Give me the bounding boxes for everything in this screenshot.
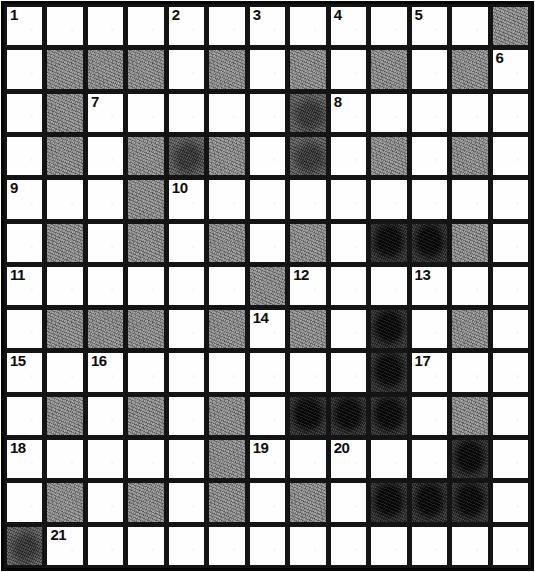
block-cell-5-5	[209, 224, 244, 262]
cell-3-2[interactable]	[88, 137, 123, 175]
block-cell-2-7	[290, 94, 325, 132]
cell-4-10[interactable]	[412, 180, 447, 218]
cell-7-6[interactable]: 14	[250, 310, 285, 348]
cell-9-4[interactable]	[169, 397, 204, 435]
cell-0-3[interactable]	[128, 7, 163, 45]
cell-0-6[interactable]: 3	[250, 7, 285, 45]
cell-11-8[interactable]	[331, 483, 366, 521]
clue-number-6: 6	[496, 50, 504, 67]
cell-2-9[interactable]	[371, 94, 406, 132]
cell-1-10[interactable]	[412, 50, 447, 88]
cell-2-3[interactable]	[128, 94, 163, 132]
cell-11-2[interactable]	[88, 483, 123, 521]
cell-8-1[interactable]	[47, 353, 82, 391]
block-cell-1-2	[88, 50, 123, 88]
cell-11-4[interactable]	[169, 483, 204, 521]
cell-10-7[interactable]	[290, 440, 325, 478]
block-cell-11-10	[412, 483, 447, 521]
clue-number-15: 15	[10, 353, 26, 370]
block-cell-7-1	[47, 310, 82, 348]
clue-number-21: 21	[50, 527, 66, 544]
cell-6-7[interactable]: 12	[290, 267, 325, 305]
cell-4-5[interactable]	[209, 180, 244, 218]
clue-number-11: 11	[10, 267, 25, 284]
clue-number-5: 5	[415, 7, 423, 24]
block-cell-9-3	[128, 397, 163, 435]
cell-6-8[interactable]	[331, 267, 366, 305]
block-cell-3-3	[128, 137, 163, 175]
cell-3-6[interactable]	[250, 137, 285, 175]
block-cell-3-1	[47, 137, 82, 175]
clue-number-10: 10	[172, 180, 188, 197]
cell-0-10[interactable]: 5	[412, 7, 447, 45]
cell-2-11[interactable]	[452, 94, 487, 132]
cell-10-6[interactable]: 19	[250, 440, 285, 478]
block-cell-5-1	[47, 224, 82, 262]
cell-3-8[interactable]	[331, 137, 366, 175]
page: { "game": "crossword", "grid": { "rows":…	[0, 0, 535, 572]
cell-9-6[interactable]	[250, 397, 285, 435]
cell-10-9[interactable]	[371, 440, 406, 478]
cell-8-4[interactable]	[169, 353, 204, 391]
clue-number-4: 4	[334, 7, 342, 24]
cell-2-12[interactable]	[493, 94, 528, 132]
clue-number-14: 14	[253, 310, 269, 327]
cell-2-5[interactable]	[209, 94, 244, 132]
cell-12-12[interactable]	[493, 527, 528, 565]
cell-12-9[interactable]	[371, 527, 406, 565]
crossword-grid: 123456789101112131415161718192021	[1, 1, 534, 571]
cell-0-9[interactable]	[371, 7, 406, 45]
clue-number-13: 13	[415, 267, 431, 284]
block-cell-1-11	[452, 50, 487, 88]
block-cell-1-7	[290, 50, 325, 88]
cell-2-10[interactable]	[412, 94, 447, 132]
cell-12-6[interactable]	[250, 527, 285, 565]
cell-4-12[interactable]	[493, 180, 528, 218]
cell-8-2[interactable]: 16	[88, 353, 123, 391]
cell-5-0[interactable]	[7, 224, 42, 262]
cell-5-2[interactable]	[88, 224, 123, 262]
block-cell-9-5	[209, 397, 244, 435]
block-cell-1-5	[209, 50, 244, 88]
block-cell-9-1	[47, 397, 82, 435]
cell-4-0[interactable]: 9	[7, 180, 42, 218]
cell-0-7[interactable]	[290, 7, 325, 45]
cell-6-2[interactable]	[88, 267, 123, 305]
cell-12-10[interactable]	[412, 527, 447, 565]
clue-number-3: 3	[253, 7, 261, 24]
block-cell-11-7	[290, 483, 325, 521]
cell-4-4[interactable]: 10	[169, 180, 204, 218]
clue-number-8: 8	[334, 94, 342, 111]
cell-3-12[interactable]	[493, 137, 528, 175]
cell-11-6[interactable]	[250, 483, 285, 521]
cell-6-9[interactable]	[371, 267, 406, 305]
cell-8-0[interactable]: 15	[7, 353, 42, 391]
cell-4-7[interactable]	[290, 180, 325, 218]
clue-number-1: 1	[10, 7, 18, 24]
block-cell-8-9	[371, 353, 406, 391]
cell-6-1[interactable]	[47, 267, 82, 305]
cell-7-12[interactable]	[493, 310, 528, 348]
block-cell-3-7	[290, 137, 325, 175]
cell-10-2[interactable]	[88, 440, 123, 478]
block-cell-5-10	[412, 224, 447, 262]
cell-0-1[interactable]	[47, 7, 82, 45]
cell-5-4[interactable]	[169, 224, 204, 262]
cell-10-12[interactable]	[493, 440, 528, 478]
cell-6-10[interactable]: 13	[412, 267, 447, 305]
cell-7-8[interactable]	[331, 310, 366, 348]
cell-12-8[interactable]	[331, 527, 366, 565]
cell-0-5[interactable]	[209, 7, 244, 45]
block-cell-7-11	[452, 310, 487, 348]
cell-12-2[interactable]	[88, 527, 123, 565]
block-cell-5-7	[290, 224, 325, 262]
block-cell-10-11	[452, 440, 487, 478]
cell-8-6[interactable]	[250, 353, 285, 391]
clue-number-18: 18	[10, 440, 26, 457]
cell-9-12[interactable]	[493, 397, 528, 435]
cell-2-8[interactable]: 8	[331, 94, 366, 132]
block-cell-9-7	[290, 397, 325, 435]
cell-10-3[interactable]	[128, 440, 163, 478]
cell-6-11[interactable]	[452, 267, 487, 305]
clue-number-20: 20	[334, 440, 350, 457]
cell-10-8[interactable]: 20	[331, 440, 366, 478]
block-cell-11-1	[47, 483, 82, 521]
cell-4-2[interactable]	[88, 180, 123, 218]
block-cell-6-6	[250, 267, 285, 305]
cell-5-6[interactable]	[250, 224, 285, 262]
clue-number-16: 16	[91, 353, 107, 370]
block-cell-2-1	[47, 94, 82, 132]
block-cell-3-5	[209, 137, 244, 175]
clue-number-9: 9	[10, 180, 18, 197]
crossword-board: 123456789101112131415161718192021	[0, 0, 535, 572]
cell-1-4[interactable]	[169, 50, 204, 88]
cell-0-0[interactable]: 1	[7, 7, 42, 45]
cell-8-8[interactable]	[331, 353, 366, 391]
block-cell-11-3	[128, 483, 163, 521]
block-cell-11-9	[371, 483, 406, 521]
cell-1-12[interactable]: 6	[493, 50, 528, 88]
block-cell-7-2	[88, 310, 123, 348]
cell-2-2[interactable]: 7	[88, 94, 123, 132]
clue-number-17: 17	[415, 353, 431, 370]
cell-1-8[interactable]	[331, 50, 366, 88]
clue-number-19: 19	[253, 440, 269, 457]
block-cell-7-3	[128, 310, 163, 348]
cell-4-6[interactable]	[250, 180, 285, 218]
block-cell-10-5	[209, 440, 244, 478]
cell-4-1[interactable]	[47, 180, 82, 218]
cell-1-6[interactable]	[250, 50, 285, 88]
block-cell-1-1	[47, 50, 82, 88]
cell-12-3[interactable]	[128, 527, 163, 565]
cell-6-12[interactable]	[493, 267, 528, 305]
cell-7-4[interactable]	[169, 310, 204, 348]
cell-6-3[interactable]	[128, 267, 163, 305]
cell-9-10[interactable]	[412, 397, 447, 435]
cell-10-10[interactable]	[412, 440, 447, 478]
block-cell-11-11	[452, 483, 487, 521]
cell-6-0[interactable]: 11	[7, 267, 42, 305]
cell-12-11[interactable]	[452, 527, 487, 565]
cell-9-0[interactable]	[7, 397, 42, 435]
cell-6-5[interactable]	[209, 267, 244, 305]
cell-9-2[interactable]	[88, 397, 123, 435]
block-cell-0-12	[493, 7, 528, 45]
cell-8-5[interactable]	[209, 353, 244, 391]
cell-6-4[interactable]	[169, 267, 204, 305]
block-cell-12-0	[7, 527, 42, 565]
cell-7-0[interactable]	[7, 310, 42, 348]
block-cell-1-9	[371, 50, 406, 88]
cell-4-9[interactable]	[371, 180, 406, 218]
cell-10-0[interactable]: 18	[7, 440, 42, 478]
cell-5-12[interactable]	[493, 224, 528, 262]
cell-10-1[interactable]	[47, 440, 82, 478]
block-cell-3-4	[169, 137, 204, 175]
block-cell-9-11	[452, 397, 487, 435]
block-cell-7-7	[290, 310, 325, 348]
block-cell-1-3	[128, 50, 163, 88]
cell-1-0[interactable]	[7, 50, 42, 88]
block-cell-7-5	[209, 310, 244, 348]
cell-12-1[interactable]: 21	[47, 527, 82, 565]
clue-number-2: 2	[172, 7, 180, 24]
cell-2-4[interactable]	[169, 94, 204, 132]
block-cell-4-3	[128, 180, 163, 218]
block-cell-5-9	[371, 224, 406, 262]
cell-4-8[interactable]	[331, 180, 366, 218]
cell-2-6[interactable]	[250, 94, 285, 132]
cell-10-4[interactable]	[169, 440, 204, 478]
cell-0-8[interactable]: 4	[331, 7, 366, 45]
cell-8-10[interactable]: 17	[412, 353, 447, 391]
cell-0-2[interactable]	[88, 7, 123, 45]
clue-number-12: 12	[293, 267, 309, 284]
cell-3-0[interactable]	[7, 137, 42, 175]
cell-4-11[interactable]	[452, 180, 487, 218]
cell-3-10[interactable]	[412, 137, 447, 175]
cell-8-7[interactable]	[290, 353, 325, 391]
cell-2-0[interactable]	[7, 94, 42, 132]
cell-0-4[interactable]: 2	[169, 7, 204, 45]
cell-7-10[interactable]	[412, 310, 447, 348]
cell-11-12[interactable]	[493, 483, 528, 521]
cell-8-12[interactable]	[493, 353, 528, 391]
block-cell-9-8	[331, 397, 366, 435]
cell-8-3[interactable]	[128, 353, 163, 391]
block-cell-11-5	[209, 483, 244, 521]
clue-number-7: 7	[91, 94, 99, 111]
cell-0-11[interactable]	[452, 7, 487, 45]
block-cell-5-11	[452, 224, 487, 262]
cell-12-7[interactable]	[290, 527, 325, 565]
block-cell-7-9	[371, 310, 406, 348]
block-cell-9-9	[371, 397, 406, 435]
block-cell-3-9	[371, 137, 406, 175]
cell-8-11[interactable]	[452, 353, 487, 391]
block-cell-5-3	[128, 224, 163, 262]
cell-12-5[interactable]	[209, 527, 244, 565]
block-cell-3-11	[452, 137, 487, 175]
cell-12-4[interactable]	[169, 527, 204, 565]
cell-11-0[interactable]	[7, 483, 42, 521]
cell-5-8[interactable]	[331, 224, 366, 262]
